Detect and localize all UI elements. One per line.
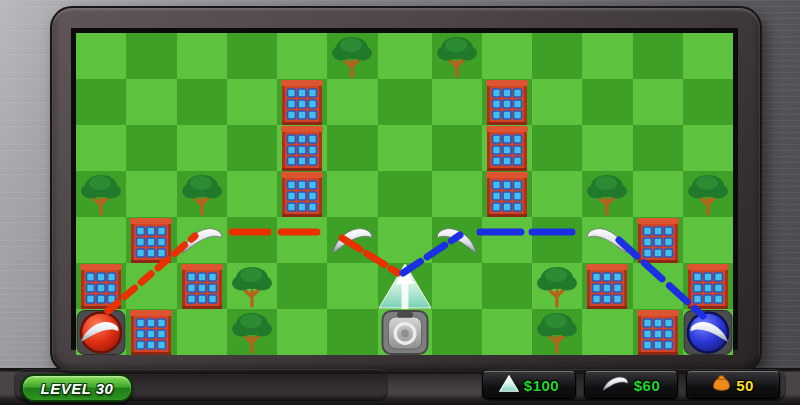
saucer-icon xyxy=(602,375,629,396)
cell-r2-c12[interactable] xyxy=(633,79,683,125)
beacon-triangle[interactable] xyxy=(378,263,432,309)
saucer-price: $60 xyxy=(634,377,661,394)
cell-r6-c10[interactable] xyxy=(532,263,582,309)
cell-r7-c6[interactable] xyxy=(327,309,377,355)
building xyxy=(129,309,173,355)
saucer[interactable] xyxy=(180,226,224,254)
building xyxy=(686,263,730,309)
cell-r4-c3[interactable] xyxy=(177,171,227,217)
cell-r2-c5[interactable] xyxy=(277,79,327,125)
blue-base[interactable] xyxy=(683,310,733,355)
level-badge: LEVEL 30 xyxy=(21,374,133,402)
cell-r5-c1[interactable] xyxy=(76,217,126,263)
building xyxy=(129,217,173,263)
tree xyxy=(229,309,275,355)
cell-r7-c1[interactable] xyxy=(76,309,126,355)
cell-r3-c10[interactable] xyxy=(532,125,582,171)
cell-r5-c8[interactable] xyxy=(432,217,482,263)
cell-r7-c9[interactable] xyxy=(482,309,532,355)
tree xyxy=(78,171,124,217)
building xyxy=(180,263,224,309)
cell-r1-c4[interactable] xyxy=(227,33,277,79)
building xyxy=(585,263,629,309)
cell-r6-c13[interactable] xyxy=(683,263,733,309)
cell-r5-c5[interactable] xyxy=(277,217,327,263)
cell-r7-c12[interactable] xyxy=(633,309,683,355)
cell-r5-c7[interactable] xyxy=(378,217,432,263)
cell-r1-c13[interactable] xyxy=(683,33,733,79)
cell-r1-c12[interactable] xyxy=(633,33,683,79)
cell-r6-c6[interactable] xyxy=(327,263,377,309)
tree xyxy=(229,263,275,309)
cell-r5-c3[interactable] xyxy=(177,217,227,263)
cell-r2-c7[interactable] xyxy=(378,79,432,125)
cell-r5-c11[interactable] xyxy=(582,217,632,263)
cell-r7-c5[interactable] xyxy=(277,309,327,355)
cell-r6-c9[interactable] xyxy=(482,263,532,309)
building xyxy=(79,263,123,309)
cell-r4-c12[interactable] xyxy=(633,171,683,217)
cell-r2-c4[interactable] xyxy=(227,79,277,125)
cell-r1-c3[interactable] xyxy=(177,33,227,79)
cell-r6-c1[interactable] xyxy=(76,263,126,309)
cell-r4-c6[interactable] xyxy=(327,171,377,217)
tree xyxy=(584,171,630,217)
cell-r2-c6[interactable] xyxy=(327,79,377,125)
cell-r1-c8[interactable] xyxy=(432,33,482,79)
cell-r1-c9[interactable] xyxy=(482,33,532,79)
cell-r1-c7[interactable] xyxy=(378,33,432,79)
building xyxy=(636,217,680,263)
cell-r6-c8[interactable] xyxy=(432,263,482,309)
building xyxy=(280,171,324,217)
cell-r4-c1[interactable] xyxy=(76,171,126,217)
saucer[interactable] xyxy=(330,226,374,254)
cell-r4-c9[interactable] xyxy=(482,171,532,217)
tree xyxy=(434,33,480,79)
money-bag-icon xyxy=(712,374,731,397)
cell-r3-c1[interactable] xyxy=(76,125,126,171)
cell-r5-c4[interactable] xyxy=(227,217,277,263)
cell-r2-c3[interactable] xyxy=(177,79,227,125)
cell-r7-c11[interactable] xyxy=(582,309,632,355)
cell-r3-c13[interactable] xyxy=(683,125,733,171)
tree xyxy=(685,171,731,217)
shop-buttons: $100 $60 50 xyxy=(482,371,780,399)
cell-r5-c10[interactable] xyxy=(532,217,582,263)
cell-r4-c10[interactable] xyxy=(532,171,582,217)
cell-r3-c2[interactable] xyxy=(126,125,176,171)
cell-r3-c9[interactable] xyxy=(482,125,532,171)
cell-r5-c2[interactable] xyxy=(126,217,176,263)
building xyxy=(280,79,324,125)
cell-r6-c5[interactable] xyxy=(277,263,327,309)
cell-r3-c8[interactable] xyxy=(432,125,482,171)
cell-r1-c1[interactable] xyxy=(76,33,126,79)
cell-r3-c11[interactable] xyxy=(582,125,632,171)
cell-r1-c2[interactable] xyxy=(126,33,176,79)
saucer[interactable] xyxy=(435,226,479,254)
launcher-device[interactable] xyxy=(379,310,431,355)
level-label: LEVEL 30 xyxy=(41,380,114,397)
cell-r4-c13[interactable] xyxy=(683,171,733,217)
cell-r5-c12[interactable] xyxy=(633,217,683,263)
tree xyxy=(179,171,225,217)
cell-r1-c10[interactable] xyxy=(532,33,582,79)
building xyxy=(485,79,529,125)
cell-r7-c4[interactable] xyxy=(227,309,277,355)
building xyxy=(485,125,529,171)
cell-r3-c6[interactable] xyxy=(327,125,377,171)
cell-r4-c11[interactable] xyxy=(582,171,632,217)
cell-r2-c8[interactable] xyxy=(432,79,482,125)
cell-r6-c4[interactable] xyxy=(227,263,277,309)
cell-r7-c2[interactable] xyxy=(126,309,176,355)
cell-r3-c3[interactable] xyxy=(177,125,227,171)
cell-r5-c6[interactable] xyxy=(327,217,377,263)
beacon-price: $100 xyxy=(524,377,559,394)
cell-r2-c2[interactable] xyxy=(126,79,176,125)
tree xyxy=(329,33,375,79)
cell-r6-c11[interactable] xyxy=(582,263,632,309)
buy-saucer-button[interactable]: $60 xyxy=(584,371,678,399)
cell-r6-c3[interactable] xyxy=(177,263,227,309)
cell-r2-c9[interactable] xyxy=(482,79,532,125)
saucer[interactable] xyxy=(585,226,629,254)
game-window: LEVEL 30 $100 $60 50 xyxy=(0,0,800,405)
cell-r4-c8[interactable] xyxy=(432,171,482,217)
cell-r6-c12[interactable] xyxy=(633,263,683,309)
cell-r4-c5[interactable] xyxy=(277,171,327,217)
cell-r4-c7[interactable] xyxy=(378,171,432,217)
tree xyxy=(534,309,580,355)
cell-r4-c2[interactable] xyxy=(126,171,176,217)
gold-counter[interactable]: 50 xyxy=(686,371,780,399)
cell-r5-c13[interactable] xyxy=(683,217,733,263)
cell-r1-c11[interactable] xyxy=(582,33,632,79)
building xyxy=(636,309,680,355)
triangle-beacon-icon xyxy=(499,375,519,396)
cell-r6-c2[interactable] xyxy=(126,263,176,309)
cell-r5-c9[interactable] xyxy=(482,217,532,263)
cell-r2-c1[interactable] xyxy=(76,79,126,125)
cell-r3-c12[interactable] xyxy=(633,125,683,171)
cell-r3-c5[interactable] xyxy=(277,125,327,171)
cell-r7-c8[interactable] xyxy=(432,309,482,355)
cell-r4-c4[interactable] xyxy=(227,171,277,217)
game-screen xyxy=(76,33,733,345)
cell-r3-c7[interactable] xyxy=(378,125,432,171)
cell-r7-c3[interactable] xyxy=(177,309,227,355)
cell-r6-c7[interactable] xyxy=(378,263,432,309)
tree xyxy=(534,263,580,309)
cell-r7-c10[interactable] xyxy=(532,309,582,355)
cell-r7-c7[interactable] xyxy=(378,309,432,355)
buy-beacon-button[interactable]: $100 xyxy=(482,371,576,399)
cell-r3-c4[interactable] xyxy=(227,125,277,171)
cell-r2-c13[interactable] xyxy=(683,79,733,125)
cell-r2-c10[interactable] xyxy=(532,79,582,125)
building xyxy=(280,125,324,171)
cell-r7-c13[interactable] xyxy=(683,309,733,355)
board-grid xyxy=(76,33,733,345)
cell-r1-c5[interactable] xyxy=(277,33,327,79)
cell-r1-c6[interactable] xyxy=(327,33,377,79)
red-base[interactable] xyxy=(76,310,126,355)
building xyxy=(485,171,529,217)
gold-amount: 50 xyxy=(736,377,754,394)
cell-r2-c11[interactable] xyxy=(582,79,632,125)
